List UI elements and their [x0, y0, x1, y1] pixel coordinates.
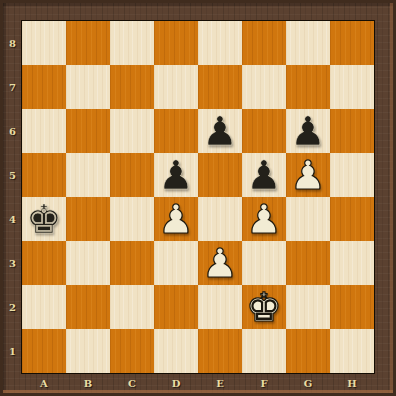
square-f2[interactable]: ♚ — [242, 285, 286, 329]
square-h6[interactable] — [330, 109, 374, 153]
square-e2[interactable] — [198, 285, 242, 329]
square-d3[interactable] — [154, 241, 198, 285]
square-g7[interactable] — [286, 65, 330, 109]
square-f1[interactable] — [242, 329, 286, 373]
square-g8[interactable] — [286, 21, 330, 65]
square-a5[interactable] — [22, 153, 66, 197]
square-c7[interactable] — [110, 65, 154, 109]
square-c4[interactable] — [110, 197, 154, 241]
square-e7[interactable] — [198, 65, 242, 109]
file-label-f: F — [260, 378, 267, 389]
square-b8[interactable] — [66, 21, 110, 65]
square-e6[interactable]: ♟ — [198, 109, 242, 153]
square-d7[interactable] — [154, 65, 198, 109]
square-f3[interactable] — [242, 241, 286, 285]
file-label-e: E — [216, 378, 224, 389]
piece-black-pawn[interactable]: ♟ — [290, 111, 326, 151]
square-b5[interactable] — [66, 153, 110, 197]
square-c8[interactable] — [110, 21, 154, 65]
piece-white-pawn[interactable]: ♟ — [290, 155, 326, 195]
square-d6[interactable] — [154, 109, 198, 153]
square-b6[interactable] — [66, 109, 110, 153]
square-c6[interactable] — [110, 109, 154, 153]
square-f4[interactable]: ♟ — [242, 197, 286, 241]
square-h1[interactable] — [330, 329, 374, 373]
rank-labels: 87654321 — [3, 21, 22, 373]
piece-white-pawn[interactable]: ♟ — [246, 199, 282, 239]
square-d2[interactable] — [154, 285, 198, 329]
square-h4[interactable] — [330, 197, 374, 241]
piece-black-pawn[interactable]: ♟ — [202, 111, 238, 151]
rank-label-4: 4 — [9, 214, 16, 225]
square-a2[interactable] — [22, 285, 66, 329]
piece-white-king[interactable]: ♚ — [246, 287, 282, 327]
piece-black-king[interactable]: ♚ — [26, 199, 62, 239]
file-label-d: D — [172, 378, 181, 389]
rank-label-1: 1 — [9, 346, 16, 357]
square-a8[interactable] — [22, 21, 66, 65]
square-a4[interactable]: ♚ — [22, 197, 66, 241]
square-e4[interactable] — [198, 197, 242, 241]
square-d8[interactable] — [154, 21, 198, 65]
square-a6[interactable] — [22, 109, 66, 153]
square-f8[interactable] — [242, 21, 286, 65]
file-label-c: C — [128, 378, 136, 389]
file-label-b: B — [84, 378, 92, 389]
square-g2[interactable] — [286, 285, 330, 329]
file-label-h: H — [347, 378, 356, 389]
square-h7[interactable] — [330, 65, 374, 109]
square-b4[interactable] — [66, 197, 110, 241]
square-e8[interactable] — [198, 21, 242, 65]
square-g6[interactable]: ♟ — [286, 109, 330, 153]
square-d5[interactable]: ♟ — [154, 153, 198, 197]
square-h8[interactable] — [330, 21, 374, 65]
square-g1[interactable] — [286, 329, 330, 373]
chess-board: ♟♟♟♟♟♚♟♟♟♚ — [21, 20, 375, 374]
square-h5[interactable] — [330, 153, 374, 197]
file-labels: ABCDEFGH — [22, 373, 374, 393]
square-c1[interactable] — [110, 329, 154, 373]
square-g3[interactable] — [286, 241, 330, 285]
piece-black-pawn[interactable]: ♟ — [158, 155, 194, 195]
square-e1[interactable] — [198, 329, 242, 373]
file-label-g: G — [304, 378, 313, 389]
piece-white-pawn[interactable]: ♟ — [202, 243, 238, 283]
square-b2[interactable] — [66, 285, 110, 329]
square-a3[interactable] — [22, 241, 66, 285]
square-f5[interactable]: ♟ — [242, 153, 286, 197]
square-b3[interactable] — [66, 241, 110, 285]
file-label-a: A — [40, 378, 48, 389]
rank-label-6: 6 — [9, 126, 16, 137]
square-b7[interactable] — [66, 65, 110, 109]
rank-label-8: 8 — [9, 38, 16, 49]
square-d4[interactable]: ♟ — [154, 197, 198, 241]
square-h2[interactable] — [330, 285, 374, 329]
square-e3[interactable]: ♟ — [198, 241, 242, 285]
piece-black-pawn[interactable]: ♟ — [246, 155, 282, 195]
rank-label-2: 2 — [9, 302, 16, 313]
square-a1[interactable] — [22, 329, 66, 373]
square-h3[interactable] — [330, 241, 374, 285]
square-g4[interactable] — [286, 197, 330, 241]
square-g5[interactable]: ♟ — [286, 153, 330, 197]
rank-label-7: 7 — [9, 82, 16, 93]
square-c5[interactable] — [110, 153, 154, 197]
square-f7[interactable] — [242, 65, 286, 109]
square-f6[interactable] — [242, 109, 286, 153]
square-b1[interactable] — [66, 329, 110, 373]
square-c2[interactable] — [110, 285, 154, 329]
board-frame: 87654321 ♟♟♟♟♟♚♟♟♟♚ ABCDEFGH — [0, 0, 396, 396]
square-a7[interactable] — [22, 65, 66, 109]
rank-label-3: 3 — [9, 258, 16, 269]
rank-label-5: 5 — [9, 170, 16, 181]
square-e5[interactable] — [198, 153, 242, 197]
piece-white-pawn[interactable]: ♟ — [158, 199, 194, 239]
square-c3[interactable] — [110, 241, 154, 285]
square-d1[interactable] — [154, 329, 198, 373]
